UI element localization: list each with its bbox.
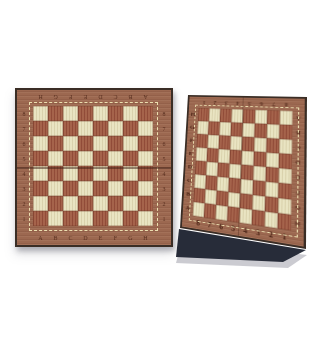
square-flat-f2 bbox=[108, 196, 123, 211]
square-tilted-g4 bbox=[266, 167, 279, 183]
coordinate-label: C bbox=[63, 233, 78, 243]
coordinate-label: 3 bbox=[251, 227, 264, 240]
coordinate-label: 6 bbox=[255, 99, 267, 109]
square-tilted-c8 bbox=[220, 109, 232, 123]
coordinate-label: 2 bbox=[19, 196, 29, 211]
coordinate-label: 4 bbox=[159, 166, 169, 181]
square-tilted-b4 bbox=[206, 162, 218, 177]
coordinate-strip-left: 87654321 bbox=[19, 106, 29, 226]
coordinate-label: 4 bbox=[232, 98, 244, 107]
square-flat-g3 bbox=[123, 181, 138, 196]
coordinate-label: G bbox=[292, 200, 302, 217]
square-tilted-f8 bbox=[255, 110, 268, 124]
coordinate-label: D bbox=[93, 92, 108, 102]
square-tilted-f1 bbox=[252, 210, 265, 227]
square-flat-e4 bbox=[93, 166, 108, 181]
square-tilted-f6 bbox=[254, 137, 267, 152]
coordinate-label: 2 bbox=[209, 98, 220, 107]
square-flat-b8 bbox=[48, 106, 63, 121]
square-flat-e7 bbox=[93, 121, 108, 136]
square-tilted-g5 bbox=[266, 152, 279, 168]
square-tilted-c6 bbox=[219, 135, 231, 149]
square-tilted-b2 bbox=[205, 189, 217, 205]
square-flat-g2 bbox=[123, 196, 138, 211]
square-tilted-e3 bbox=[240, 179, 253, 195]
square-flat-d6 bbox=[78, 136, 93, 151]
square-flat-b1 bbox=[48, 211, 63, 226]
square-tilted-f2 bbox=[252, 195, 265, 212]
square-tilted-d5 bbox=[230, 150, 242, 165]
square-flat-d5 bbox=[78, 151, 93, 166]
square-tilted-d1 bbox=[227, 206, 240, 222]
square-tilted-b8 bbox=[209, 108, 221, 122]
coordinate-label: D bbox=[78, 233, 93, 243]
square-tilted-f7 bbox=[254, 123, 267, 138]
coordinate-strip-right: HGFEDCBA bbox=[292, 111, 303, 232]
coordinate-label: E bbox=[78, 92, 93, 102]
coordinate-label: 1 bbox=[159, 211, 169, 226]
square-flat-d7 bbox=[78, 121, 93, 136]
square-flat-h1 bbox=[138, 211, 153, 226]
square-flat-c4 bbox=[63, 166, 78, 181]
square-flat-a7 bbox=[33, 121, 48, 136]
square-flat-h3 bbox=[138, 181, 153, 196]
square-flat-h7 bbox=[138, 121, 153, 136]
coordinate-strip-top: 87654321 bbox=[199, 98, 293, 110]
square-tilted-f5 bbox=[254, 151, 267, 166]
square-tilted-e1 bbox=[239, 208, 252, 225]
coordinate-label: F bbox=[293, 184, 303, 200]
square-tilted-e2 bbox=[240, 193, 253, 209]
coordinate-label: F bbox=[187, 133, 196, 147]
square-flat-e3 bbox=[93, 181, 108, 196]
square-tilted-a4 bbox=[195, 161, 207, 176]
square-flat-d1 bbox=[78, 211, 93, 226]
square-tilted-g3 bbox=[265, 182, 278, 198]
coordinate-label: 5 bbox=[19, 151, 29, 166]
coordinate-label: E bbox=[186, 147, 195, 161]
square-tilted-e8 bbox=[243, 109, 255, 123]
square-flat-c8 bbox=[63, 106, 78, 121]
square-flat-h4 bbox=[138, 166, 153, 181]
square-tilted-g8 bbox=[267, 110, 280, 124]
square-flat-h8 bbox=[138, 106, 153, 121]
coordinate-label: F bbox=[63, 92, 78, 102]
coordinate-label: B bbox=[48, 233, 63, 243]
coordinate-label: 5 bbox=[159, 151, 169, 166]
coordinate-label: 7 bbox=[203, 219, 215, 231]
square-flat-g5 bbox=[123, 151, 138, 166]
square-tilted-g7 bbox=[267, 124, 280, 139]
coordinate-strip-bottom: ABCDEFGH bbox=[33, 233, 153, 243]
coordinate-label: 6 bbox=[215, 221, 227, 233]
coordinate-label: A bbox=[33, 233, 48, 243]
square-flat-c1 bbox=[63, 211, 78, 226]
square-tilted-h6 bbox=[279, 139, 292, 154]
square-tilted-c2 bbox=[216, 191, 228, 207]
square-flat-g6 bbox=[123, 136, 138, 151]
square-flat-g1 bbox=[123, 211, 138, 226]
square-tilted-f3 bbox=[253, 180, 266, 196]
square-tilted-d7 bbox=[231, 122, 243, 136]
square-tilted-a2 bbox=[193, 188, 205, 203]
square-flat-a8 bbox=[33, 106, 48, 121]
square-tilted-g6 bbox=[266, 138, 279, 153]
square-tilted-h3 bbox=[278, 183, 291, 200]
square-flat-b7 bbox=[48, 121, 63, 136]
square-tilted-h7 bbox=[279, 125, 292, 140]
square-flat-f8 bbox=[108, 106, 123, 121]
square-tilted-e6 bbox=[242, 137, 254, 152]
square-flat-a3 bbox=[33, 181, 48, 196]
square-flat-e2 bbox=[93, 196, 108, 211]
square-tilted-h4 bbox=[278, 168, 291, 184]
coordinate-label: 5 bbox=[243, 98, 255, 108]
square-tilted-a1 bbox=[193, 202, 205, 218]
square-flat-f1 bbox=[108, 211, 123, 226]
coordinate-label: E bbox=[93, 233, 108, 243]
coordinate-label: 1 bbox=[199, 98, 210, 107]
square-flat-g4 bbox=[123, 166, 138, 181]
coordinate-label: G bbox=[188, 120, 197, 133]
square-flat-c7 bbox=[63, 121, 78, 136]
playing-field bbox=[193, 108, 293, 231]
square-tilted-h5 bbox=[279, 153, 292, 169]
square-flat-a2 bbox=[33, 196, 48, 211]
square-tilted-c5 bbox=[218, 149, 230, 164]
square-tilted-g1 bbox=[265, 211, 278, 228]
chessboard-tilted-view: 8765432187654321HGFEDCBAHGFEDCBA bbox=[180, 95, 307, 249]
square-flat-b6 bbox=[48, 136, 63, 151]
coordinate-label: A bbox=[138, 92, 153, 102]
square-flat-e8 bbox=[93, 106, 108, 121]
coordinate-label: A bbox=[183, 200, 192, 215]
coordinate-label: G bbox=[123, 233, 138, 243]
square-flat-h6 bbox=[138, 136, 153, 151]
square-tilted-h1 bbox=[278, 213, 292, 230]
square-flat-d8 bbox=[78, 106, 93, 121]
square-flat-f4 bbox=[108, 166, 123, 181]
coordinate-label: 4 bbox=[239, 225, 252, 237]
square-flat-h5 bbox=[138, 151, 153, 166]
square-tilted-e7 bbox=[242, 123, 254, 137]
square-tilted-a3 bbox=[194, 174, 206, 189]
square-flat-a1 bbox=[33, 211, 48, 226]
square-tilted-c3 bbox=[217, 176, 229, 191]
square-flat-g7 bbox=[123, 121, 138, 136]
square-flat-b4 bbox=[48, 166, 63, 181]
square-tilted-e5 bbox=[241, 151, 254, 166]
square-tilted-b6 bbox=[207, 135, 219, 149]
square-tilted-b5 bbox=[207, 148, 219, 163]
coordinate-label: H bbox=[292, 215, 302, 232]
square-tilted-b7 bbox=[208, 121, 220, 135]
square-flat-d4 bbox=[78, 166, 93, 181]
coordinate-label: H bbox=[138, 233, 153, 243]
coordinate-label: B bbox=[123, 92, 138, 102]
square-flat-a5 bbox=[33, 151, 48, 166]
square-tilted-a5 bbox=[196, 147, 208, 161]
chessboard-flat-view: ABCDEFGHABCDEFGH8765432187654321 bbox=[15, 88, 173, 247]
square-tilted-d6 bbox=[230, 136, 242, 151]
square-flat-e6 bbox=[93, 136, 108, 151]
coordinate-label: 7 bbox=[159, 121, 169, 136]
coordinate-label: E bbox=[293, 169, 303, 185]
square-flat-c6 bbox=[63, 136, 78, 151]
coordinate-label: 2 bbox=[264, 229, 277, 242]
coordinate-label: F bbox=[108, 233, 123, 243]
coordinate-label: 8 bbox=[280, 99, 293, 109]
square-flat-b5 bbox=[48, 151, 63, 166]
square-tilted-d3 bbox=[228, 178, 240, 194]
playing-field bbox=[33, 106, 153, 226]
coordinate-label: 6 bbox=[19, 136, 29, 151]
coordinate-label: H bbox=[33, 92, 48, 102]
coordinate-label: 7 bbox=[267, 99, 280, 109]
coordinate-label: 5 bbox=[227, 223, 240, 235]
square-flat-b3 bbox=[48, 181, 63, 196]
square-tilted-c1 bbox=[215, 205, 227, 221]
square-tilted-e4 bbox=[241, 165, 254, 181]
square-tilted-c4 bbox=[217, 163, 229, 178]
coordinate-label: 8 bbox=[159, 106, 169, 121]
coordinate-label: 1 bbox=[277, 231, 291, 244]
square-flat-f3 bbox=[108, 181, 123, 196]
square-flat-c5 bbox=[63, 151, 78, 166]
product-photo: ABCDEFGHABCDEFGH8765432187654321 8765432… bbox=[0, 0, 321, 355]
square-tilted-h2 bbox=[278, 198, 292, 215]
square-tilted-b3 bbox=[205, 175, 217, 190]
coordinate-label: D bbox=[186, 160, 195, 174]
coordinate-strip-top: ABCDEFGH bbox=[33, 92, 153, 102]
coordinate-label: 1 bbox=[19, 211, 29, 226]
coordinate-label: 4 bbox=[19, 166, 29, 181]
square-flat-b2 bbox=[48, 196, 63, 211]
square-tilted-d4 bbox=[229, 164, 241, 179]
coordinate-label: 7 bbox=[19, 121, 29, 136]
square-flat-d2 bbox=[78, 196, 93, 211]
square-flat-d3 bbox=[78, 181, 93, 196]
square-flat-e1 bbox=[93, 211, 108, 226]
square-tilted-a7 bbox=[197, 121, 209, 135]
coordinate-label: 8 bbox=[192, 218, 204, 230]
square-tilted-d8 bbox=[231, 109, 243, 123]
square-flat-a6 bbox=[33, 136, 48, 151]
coordinate-label: 6 bbox=[159, 136, 169, 151]
coordinate-label: 8 bbox=[19, 106, 29, 121]
square-tilted-f4 bbox=[253, 166, 266, 182]
square-flat-g8 bbox=[123, 106, 138, 121]
coordinate-label: B bbox=[293, 125, 303, 140]
coordinate-label: G bbox=[48, 92, 63, 102]
coordinate-label: 3 bbox=[159, 181, 169, 196]
coordinate-label: B bbox=[184, 187, 193, 202]
square-flat-f7 bbox=[108, 121, 123, 136]
square-flat-e5 bbox=[93, 151, 108, 166]
square-flat-f5 bbox=[108, 151, 123, 166]
square-tilted-b1 bbox=[204, 203, 216, 219]
coordinate-label: C bbox=[293, 140, 303, 155]
square-tilted-h8 bbox=[280, 110, 293, 125]
coordinate-label: 2 bbox=[159, 196, 169, 211]
coordinate-label: C bbox=[185, 173, 194, 188]
square-flat-h2 bbox=[138, 196, 153, 211]
square-flat-c2 bbox=[63, 196, 78, 211]
coordinate-strip-right: 87654321 bbox=[159, 106, 169, 226]
coordinate-label: A bbox=[294, 111, 304, 126]
square-flat-a4 bbox=[33, 166, 48, 181]
square-flat-c3 bbox=[63, 181, 78, 196]
square-tilted-c7 bbox=[219, 122, 231, 136]
square-tilted-a6 bbox=[196, 134, 208, 148]
coordinate-label: 3 bbox=[221, 98, 233, 107]
square-tilted-a8 bbox=[198, 108, 209, 121]
coordinate-label: H bbox=[189, 108, 198, 121]
coordinate-label: 3 bbox=[19, 181, 29, 196]
square-flat-f6 bbox=[108, 136, 123, 151]
coordinate-label: D bbox=[293, 154, 303, 170]
coordinate-label: C bbox=[108, 92, 123, 102]
square-tilted-g2 bbox=[265, 196, 278, 213]
square-tilted-d2 bbox=[228, 192, 241, 208]
